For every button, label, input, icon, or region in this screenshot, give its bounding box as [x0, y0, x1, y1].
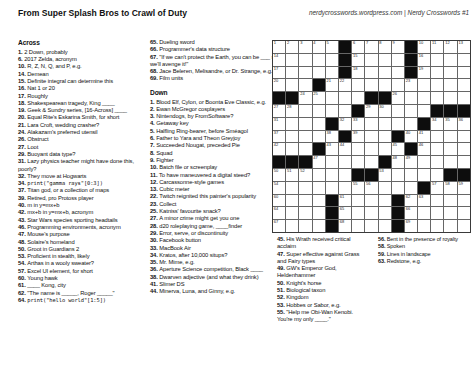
clue-number: 13. — [150, 186, 159, 192]
cell-r4c3[interactable] — [299, 79, 311, 91]
cell-r9c3[interactable] — [299, 143, 311, 155]
cell-r10c15[interactable] — [458, 156, 470, 168]
cell-r2c4[interactable] — [313, 54, 325, 66]
cell-r8c3[interactable] — [299, 131, 311, 143]
clue-across-53: 53. Proficient in stealth, likely — [18, 253, 147, 260]
cell-r2c7[interactable]: 15 — [352, 54, 364, 66]
cell-r2c14[interactable] — [444, 54, 456, 66]
cell-r1c9[interactable]: 8 — [379, 41, 391, 53]
cell-r3c1[interactable]: 17 — [273, 67, 285, 79]
black-cell-r6c7 — [352, 105, 364, 117]
cell-r10c6[interactable] — [339, 156, 351, 168]
cell-r8c15[interactable] — [458, 131, 470, 143]
cell-number-46: 46 — [419, 143, 423, 148]
cell-r8c7[interactable]: 39 — [352, 131, 364, 143]
cell-number-38: 38 — [327, 131, 331, 136]
cell-r11c4[interactable] — [313, 169, 325, 181]
cell-r3c15[interactable] — [458, 67, 470, 79]
cell-r9c10[interactable]: 45 — [392, 143, 404, 155]
cell-r12c7[interactable]: 55 — [352, 182, 364, 194]
cell-r13c7[interactable] — [352, 195, 364, 207]
cell-r14c7[interactable] — [352, 207, 364, 219]
cell-number-47: 47 — [313, 156, 317, 161]
clue-down-28: 28. d20 roleplaying game, ____finder — [150, 223, 284, 230]
cell-r14c14[interactable] — [444, 207, 456, 219]
cell-r8c2[interactable] — [286, 131, 298, 143]
cell-r9c7[interactable] — [352, 143, 364, 155]
clue-text: Groot in Guardians 2 — [27, 246, 79, 252]
cell-r5c5[interactable] — [326, 92, 338, 104]
clue-text: Carcassonne-style games — [159, 179, 224, 185]
cell-r7c9[interactable] — [379, 118, 391, 130]
cell-r6c3[interactable] — [299, 105, 311, 117]
cell-r15c8[interactable] — [365, 220, 377, 232]
cell-r3c7[interactable]: 18 — [352, 67, 364, 79]
cell-r15c2[interactable] — [286, 220, 298, 232]
cell-r12c13[interactable]: 57 — [431, 182, 443, 194]
cell-r7c2[interactable] — [286, 118, 298, 130]
cell-r14c1[interactable]: 64 — [273, 207, 285, 219]
cell-r7c6[interactable]: 32 — [339, 118, 351, 130]
cell-r2c12[interactable]: 16 — [418, 54, 430, 66]
cell-r3c13[interactable] — [431, 67, 443, 79]
crossword-grid[interactable]: 1234567891011121314151617181920212223242… — [272, 40, 471, 233]
cell-r15c9[interactable] — [379, 220, 391, 232]
cell-r13c15[interactable] — [458, 195, 470, 207]
clue-text: Nintendogs, by FromSoftware? — [156, 113, 233, 119]
clue-number: 42. — [18, 209, 27, 215]
cell-r6c12[interactable] — [418, 105, 430, 117]
clue-across-34: 34. print("gamma rays"[0:3]) — [18, 180, 147, 187]
cell-r8c14[interactable] — [444, 131, 456, 143]
cell-r6c5[interactable] — [326, 105, 338, 117]
clue-down-10: 10. Batch file or screenplay — [150, 164, 284, 171]
cell-r2c5[interactable] — [326, 54, 338, 66]
cell-r11c9[interactable]: 53 — [379, 169, 391, 181]
clue-text: "If we can't protect the Earth, you can … — [150, 54, 282, 67]
cell-r15c1[interactable]: 67 — [273, 220, 285, 232]
cell-r1c15[interactable]: 13 — [458, 41, 470, 53]
clue-text: Minerva, Luna, and Ginny, e.g. — [159, 288, 235, 294]
clue-across-17: 17. Roughly — [18, 93, 147, 100]
clue-across-14: 14. Demean — [18, 71, 147, 78]
cell-r15c14[interactable] — [444, 220, 456, 232]
cell-r4c9[interactable] — [379, 79, 391, 91]
cell-r13c11[interactable]: 62 — [405, 195, 417, 207]
cell-r9c9[interactable] — [379, 143, 391, 155]
cell-r6c6[interactable] — [339, 105, 351, 117]
cell-r14c12[interactable] — [418, 207, 430, 219]
clue-number: 59. — [378, 251, 387, 257]
clue-number: 29. — [18, 151, 27, 157]
cell-r11c12[interactable] — [418, 169, 430, 181]
cell-number-24: 24 — [300, 92, 304, 97]
cell-r4c14[interactable] — [444, 79, 456, 91]
clue-text: Error, serve, or discontinuity — [159, 230, 228, 236]
clue-down-7: 7. Succeeded Nougat, preceded Pie — [150, 142, 284, 149]
cell-r14c9[interactable] — [379, 207, 391, 219]
clue-down-22: 22. Twitch reignited this painter's popu… — [150, 193, 284, 200]
cell-r3c2[interactable] — [286, 67, 298, 79]
cell-r8c9[interactable] — [379, 131, 391, 143]
cell-r1c8[interactable]: 7 — [365, 41, 377, 53]
cell-r12c1[interactable]: 54 — [273, 182, 285, 194]
clue-number: 51. — [277, 287, 286, 293]
cell-r5c6[interactable] — [339, 92, 351, 104]
cell-r12c10[interactable] — [392, 182, 404, 194]
cell-r7c13[interactable]: 34 — [431, 118, 443, 130]
clue-text: Lazy physics teacher might have done thi… — [18, 158, 134, 171]
cell-r7c14[interactable]: 35 — [444, 118, 456, 130]
cell-r6c4[interactable] — [313, 105, 325, 117]
cell-r9c2[interactable] — [286, 143, 298, 155]
clue-text: ____ Kong, city — [27, 282, 65, 288]
cell-r13c4[interactable] — [313, 195, 325, 207]
cell-r14c13[interactable] — [431, 207, 443, 219]
clue-number: 49. — [277, 265, 286, 271]
clue-across-67: 67. "If we can't protect the Earth, you … — [150, 54, 284, 69]
clue-text: Getaway key — [156, 120, 188, 126]
cell-r1c14[interactable]: 12 — [444, 41, 456, 53]
clue-number: 55. — [277, 309, 286, 315]
cell-r12c5[interactable] — [326, 182, 338, 194]
clue-text: Solaire's homeland — [27, 239, 74, 245]
cell-r12c15[interactable]: 59 — [458, 182, 470, 194]
clue-text: They move at Hogwarts — [27, 173, 86, 179]
cell-r15c13[interactable] — [431, 220, 443, 232]
clue-across-21: 21. Lara Croft, wedding crasher? — [18, 122, 147, 129]
down-clue-list-1: 1. Blood Elf, Cylon, or Boonta Eve Class… — [150, 99, 284, 296]
cell-r4c10[interactable] — [392, 79, 404, 91]
cell-r14c8[interactable] — [365, 207, 377, 219]
cell-r8c1[interactable]: 37 — [273, 131, 285, 143]
clue-across-32: 32. They move at Hogwarts — [18, 173, 147, 180]
cell-r10c8[interactable] — [365, 156, 377, 168]
cell-number-43: 43 — [327, 143, 331, 148]
cell-r6c9[interactable]: 30 — [379, 105, 391, 117]
cell-r14c4[interactable] — [313, 207, 325, 219]
cell-r9c8[interactable] — [365, 143, 377, 155]
cell-r1c10[interactable]: 9 — [392, 41, 404, 53]
black-cell-r5c2 — [286, 92, 298, 104]
cell-r13c1[interactable]: 60 — [273, 195, 285, 207]
cell-r10c12[interactable] — [418, 156, 430, 168]
clue-text: Halfling Ring-bearer, before Sméagol — [156, 128, 248, 134]
clue-text: Equal Rite's Eskarina Smith, for short — [27, 114, 119, 120]
cell-r13c12[interactable]: 63 — [418, 195, 430, 207]
cell-r1c3[interactable]: 3 — [299, 41, 311, 53]
cell-r8c12[interactable]: 41 — [418, 131, 430, 143]
cell-number-41: 41 — [419, 131, 423, 136]
cell-r15c7[interactable] — [352, 220, 364, 232]
cell-r12c14[interactable]: 58 — [444, 182, 456, 194]
clue-number: 62. — [18, 290, 27, 296]
cell-r3c12[interactable]: 19 — [418, 67, 430, 79]
cell-r14c11[interactable]: 66 — [405, 207, 417, 219]
cell-r10c10[interactable]: 48 — [392, 156, 404, 168]
cell-r5c15[interactable] — [458, 92, 470, 104]
cell-number-22: 22 — [340, 79, 344, 84]
cell-r13c8[interactable] — [365, 195, 377, 207]
cell-r11c5[interactable] — [326, 169, 338, 181]
cell-r4c7[interactable] — [352, 79, 364, 91]
cell-r5c12[interactable] — [418, 92, 430, 104]
clue-number: 50. — [277, 280, 286, 286]
clue-down-11: 11. To have maneuvered a digital steed? — [150, 172, 284, 179]
cell-r9c15[interactable] — [458, 143, 470, 155]
cell-r9c6[interactable]: 44 — [339, 143, 351, 155]
clue-down-12: 12. Carcassonne-style games — [150, 179, 284, 186]
cell-number-2: 2 — [287, 41, 289, 46]
clue-number: 16. — [18, 85, 27, 91]
cell-r2c2[interactable] — [286, 54, 298, 66]
black-cell-r5c9 — [379, 92, 391, 104]
cell-r15c11[interactable]: 69 — [405, 220, 417, 232]
cell-r14c2[interactable] — [286, 207, 298, 219]
cell-r4c2[interactable] — [286, 79, 298, 91]
cell-r4c8[interactable] — [365, 79, 377, 91]
cell-number-68: 68 — [340, 220, 344, 225]
cell-r2c10[interactable] — [392, 54, 404, 66]
cell-r5c3[interactable]: 24 — [299, 92, 311, 104]
cell-r4c11[interactable]: 23 — [405, 79, 417, 91]
cell-r12c11[interactable] — [405, 182, 417, 194]
cell-r9c5[interactable]: 43 — [326, 143, 338, 155]
cell-r10c7[interactable] — [352, 156, 364, 168]
cell-r7c1[interactable]: 31 — [273, 118, 285, 130]
clue-text: Lara Croft, wedding crasher? — [27, 122, 99, 128]
black-cell-r11c8 — [365, 169, 377, 181]
cell-r3c14[interactable] — [444, 67, 456, 79]
cell-r6c2[interactable]: 28 — [286, 105, 298, 117]
cell-r12c4[interactable] — [313, 182, 325, 194]
cell-r8c5[interactable]: 38 — [326, 131, 338, 143]
clue-text: print("hello world"[1:5]) — [27, 297, 106, 303]
cell-r11c3[interactable]: 52 — [299, 169, 311, 181]
cell-r5c13[interactable] — [431, 92, 443, 104]
cell-r12c6[interactable] — [339, 182, 351, 194]
cell-r4c6[interactable]: 22 — [339, 79, 351, 91]
cell-number-64: 64 — [274, 207, 278, 212]
cell-r10c14[interactable] — [444, 156, 456, 168]
cell-r1c4[interactable]: 4 — [313, 41, 325, 53]
clue-down-50: 50. Knight's horse — [277, 280, 367, 287]
cell-r12c2[interactable] — [286, 182, 298, 194]
cell-r13c14[interactable] — [444, 195, 456, 207]
black-cell-r13c5 — [326, 195, 338, 207]
cell-r4c1[interactable]: 20 — [273, 79, 285, 91]
cell-r6c1[interactable]: 27 — [273, 105, 285, 117]
cell-r14c15[interactable] — [458, 207, 470, 219]
cell-r8c11[interactable]: 40 — [405, 131, 417, 143]
clue-across-37: 37. Titan god, or a collection of maps — [18, 187, 147, 194]
clue-number: 29. — [150, 230, 159, 236]
cell-r6c8[interactable]: 29 — [365, 105, 377, 117]
clue-text: Nat 1 or 20 — [27, 85, 55, 91]
cell-r2c15[interactable] — [458, 54, 470, 66]
clue-number: 24. — [18, 129, 27, 135]
clue-number: 20. — [18, 114, 27, 120]
cell-number-37: 37 — [274, 131, 278, 136]
cell-r4c13[interactable] — [431, 79, 443, 91]
cell-number-21: 21 — [327, 79, 331, 84]
cell-r1c1[interactable]: 1 — [273, 41, 285, 53]
clue-text: Twitch reignited this painter's populari… — [159, 193, 256, 199]
cell-r9c14[interactable] — [444, 143, 456, 155]
cell-r13c6[interactable]: 61 — [339, 195, 351, 207]
cell-r9c12[interactable]: 46 — [418, 143, 430, 155]
cell-r2c8[interactable] — [365, 54, 377, 66]
cell-r2c3[interactable] — [299, 54, 311, 66]
cell-r8c8[interactable] — [365, 131, 377, 143]
clue-text: Collect — [159, 201, 176, 207]
clue-across-1: 1. 2 Down, probably — [18, 49, 147, 56]
cell-r3c8[interactable] — [365, 67, 377, 79]
cell-r10c4[interactable]: 47 — [313, 156, 325, 168]
clue-number: 61. — [18, 282, 27, 288]
cell-r11c11[interactable] — [405, 169, 417, 181]
cell-r15c15[interactable] — [458, 220, 470, 232]
cell-r7c15[interactable]: 36 — [458, 118, 470, 130]
cell-r11c2[interactable]: 51 — [286, 169, 298, 181]
cell-number-40: 40 — [406, 131, 410, 136]
clue-number: 43. — [18, 217, 27, 223]
cell-r9c13[interactable] — [431, 143, 443, 155]
clue-number: 56. — [378, 236, 387, 242]
cell-r7c10[interactable] — [392, 118, 404, 130]
cell-r3c5[interactable] — [326, 67, 338, 79]
cell-r2c13[interactable] — [431, 54, 443, 66]
cell-r13c9[interactable] — [379, 195, 391, 207]
cell-r4c5[interactable]: 21 — [326, 79, 338, 91]
black-cell-r8c6 — [339, 131, 351, 143]
cell-number-23: 23 — [406, 79, 410, 84]
cell-r3c3[interactable] — [299, 67, 311, 79]
cell-r1c12[interactable]: 10 — [418, 41, 430, 53]
cell-r3c9[interactable] — [379, 67, 391, 79]
cell-r7c8[interactable] — [365, 118, 377, 130]
cell-r2c1[interactable]: 14 — [273, 54, 285, 66]
clue-down-8: 8. Squad — [150, 150, 284, 157]
cell-number-20: 20 — [274, 79, 278, 84]
cell-r1c2[interactable]: 2 — [286, 41, 298, 53]
clue-text: Cubic meter — [159, 186, 189, 192]
cell-r15c3[interactable] — [299, 220, 311, 232]
cell-number-62: 62 — [406, 195, 410, 200]
cell-r12c8[interactable]: 56 — [365, 182, 377, 194]
cell-number-58: 58 — [445, 182, 449, 187]
black-cell-r15c5 — [326, 220, 338, 232]
cell-r10c11[interactable]: 49 — [405, 156, 417, 168]
clue-text: mx+b in y=mx+b, acronym — [27, 209, 93, 215]
cell-r1c7[interactable]: 6 — [352, 41, 364, 53]
cell-r12c3[interactable] — [299, 182, 311, 194]
cell-r1c13[interactable]: 11 — [431, 41, 443, 53]
clue-across-19: 19. Geek & Sundry series, [16-Across] __… — [18, 107, 147, 114]
clue-text: Proficient in stealth, likely — [27, 253, 89, 259]
clue-across-46: 46. Programming environments, acronym — [18, 224, 147, 231]
cell-r9c1[interactable]: 42 — [273, 143, 285, 155]
cell-r6c10[interactable] — [392, 105, 404, 117]
cell-number-29: 29 — [366, 105, 370, 110]
cell-r7c11[interactable] — [405, 118, 417, 130]
puzzle-title: From Super Splash Bros to Crawl of Duty — [18, 8, 187, 18]
clue-text: Fighter — [156, 157, 173, 163]
cell-r5c4[interactable]: 25 — [313, 92, 325, 104]
cell-r11c6[interactable] — [339, 169, 351, 181]
cell-r5c14[interactable] — [444, 92, 456, 104]
down-header: Down — [150, 89, 284, 96]
cell-r3c10[interactable] — [392, 67, 404, 79]
cell-r10c13[interactable] — [431, 156, 443, 168]
clue-number: 37. — [18, 187, 27, 193]
cell-r11c13[interactable] — [431, 169, 443, 181]
cell-number-63: 63 — [419, 195, 423, 200]
cell-r11c1[interactable]: 50 — [273, 169, 285, 181]
cell-r4c12[interactable] — [418, 79, 430, 91]
cell-r14c6[interactable]: 65 — [339, 207, 351, 219]
clue-number: 27. — [150, 215, 159, 221]
cell-r15c4[interactable] — [313, 220, 325, 232]
black-cell-r11c15 — [458, 169, 470, 181]
cell-r13c3[interactable] — [299, 195, 311, 207]
cell-r6c11[interactable] — [405, 105, 417, 117]
clue-text: Dueling sword — [159, 39, 194, 45]
cell-r13c13[interactable] — [431, 195, 443, 207]
cell-number-49: 49 — [406, 156, 410, 161]
cell-r5c10[interactable]: 26 — [392, 92, 404, 104]
clue-number: 18. — [18, 100, 27, 106]
site-credit: nerdycrosswords.wordpress.com | Nerdy Cr… — [309, 9, 469, 16]
clue-text: Slimer DS — [159, 281, 184, 287]
cell-r1c5[interactable]: 5 — [326, 41, 338, 53]
cell-r3c4[interactable] — [313, 67, 325, 79]
cell-r13c2[interactable] — [286, 195, 298, 207]
clue-number: 26. — [18, 136, 27, 142]
cell-r7c7[interactable]: 33 — [352, 118, 364, 130]
cell-r15c12[interactable] — [418, 220, 430, 232]
clue-text: Shakespearean tragedy, King ____ — [27, 100, 114, 106]
black-cell-r1c11 — [405, 41, 417, 53]
clue-text: Arthas in a wooly sweater? — [27, 260, 94, 266]
clue-across-69: 69. Film units — [150, 75, 284, 82]
clue-across-50: 50. Groot in Guardians 2 — [18, 246, 147, 253]
cell-r8c4[interactable] — [313, 131, 325, 143]
cell-number-66: 66 — [406, 207, 410, 212]
crossword-page: { "game": "crossword", "header": { "titl… — [0, 0, 474, 366]
cell-r7c3[interactable] — [299, 118, 311, 130]
cell-r8c13[interactable] — [431, 131, 443, 143]
cell-number-10: 10 — [419, 41, 423, 46]
cell-r12c9[interactable] — [379, 182, 391, 194]
clue-across-60: 60. Young hawk — [18, 275, 147, 282]
cell-r11c10[interactable] — [392, 169, 404, 181]
clue-down-34: 34. Kratos, after 10,000 situps? — [150, 252, 284, 259]
cell-r14c3[interactable] — [299, 207, 311, 219]
clue-across-61: 61. ____ Kong, city — [18, 282, 147, 289]
black-cell-r6c13 — [431, 105, 443, 117]
clue-text: Dwarven adjective (and what they drink) — [159, 274, 258, 280]
cell-r4c15[interactable] — [458, 79, 470, 91]
cell-r5c11[interactable] — [405, 92, 417, 104]
cell-r15c6[interactable]: 68 — [339, 220, 351, 232]
clue-text: Young hawk — [27, 275, 57, 281]
cell-r5c7[interactable] — [352, 92, 364, 104]
cell-r2c9[interactable] — [379, 54, 391, 66]
cell-r10c5[interactable] — [326, 156, 338, 168]
cell-r7c4[interactable] — [313, 118, 325, 130]
black-cell-r3c6 — [339, 67, 351, 79]
